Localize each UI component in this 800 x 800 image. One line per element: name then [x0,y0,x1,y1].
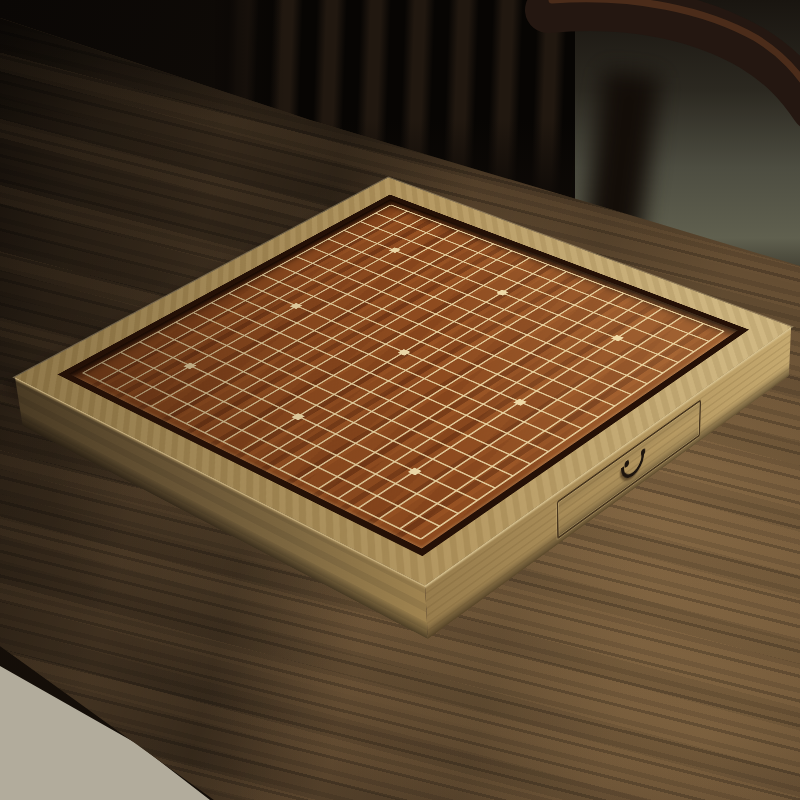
grid-line [298,286,605,480]
star-point [408,467,422,475]
grid-line [186,244,495,424]
scene-photo [0,0,800,800]
grid-line [222,257,530,442]
grid-line [157,332,496,489]
grid-line [317,293,624,489]
star-point [291,413,304,420]
chair-arm-wood [548,8,800,108]
grid-line [204,250,513,433]
star-point [514,398,527,405]
